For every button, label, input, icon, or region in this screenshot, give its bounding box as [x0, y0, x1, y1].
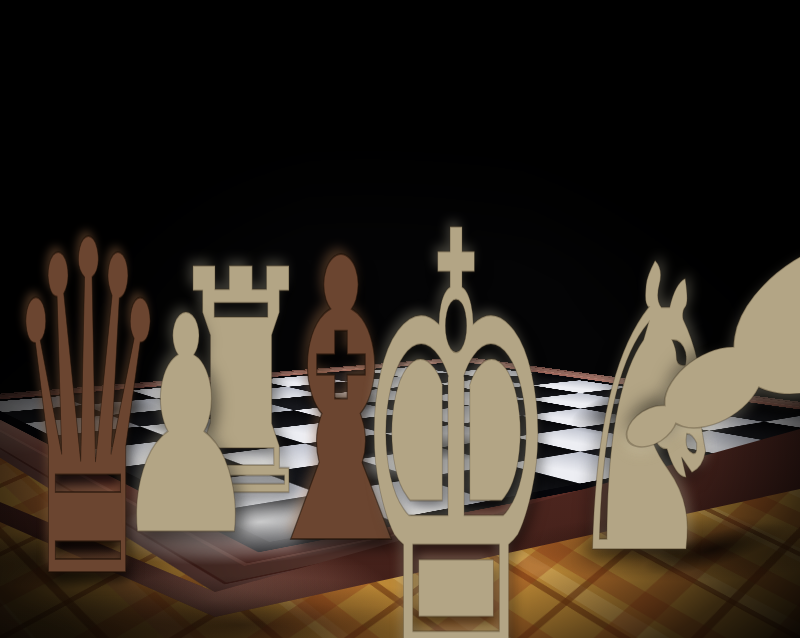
chess-scene: ♛ ♟ ♜ ♝ ♚ ♞ ♟: [0, 0, 800, 638]
fallen-pawn-glyph: ♟: [691, 287, 794, 452]
